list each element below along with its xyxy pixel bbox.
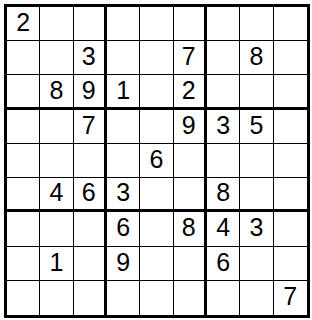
- cell-r9c5[interactable]: [140, 281, 173, 315]
- cell-r5c8[interactable]: [240, 144, 273, 178]
- cell-r9c4[interactable]: [107, 281, 140, 315]
- cell-r2c6: 7: [174, 41, 207, 75]
- cell-r3c8[interactable]: [240, 75, 273, 109]
- cell-r4c7: 3: [207, 110, 240, 144]
- cell-r7c5[interactable]: [140, 212, 173, 246]
- cell-r3c6: 2: [174, 75, 207, 109]
- cell-r9c8[interactable]: [240, 281, 273, 315]
- cell-r4c1[interactable]: [7, 110, 40, 144]
- cell-r9c6[interactable]: [174, 281, 207, 315]
- cell-r7c9[interactable]: [274, 212, 307, 246]
- cell-r5c9[interactable]: [274, 144, 307, 178]
- cell-r8c9[interactable]: [274, 247, 307, 281]
- cell-r8c2: 1: [40, 247, 73, 281]
- cell-r1c2[interactable]: [40, 7, 73, 41]
- cell-r2c5[interactable]: [140, 41, 173, 75]
- sudoku-page: 2378891279356463868431967: [0, 0, 312, 320]
- cell-r6c7: 8: [207, 178, 240, 212]
- cell-r7c4: 6: [107, 212, 140, 246]
- cell-r3c9[interactable]: [274, 75, 307, 109]
- cell-r5c7[interactable]: [207, 144, 240, 178]
- cell-r9c3[interactable]: [74, 281, 107, 315]
- cell-r4c4[interactable]: [107, 110, 140, 144]
- cell-r2c3: 3: [74, 41, 107, 75]
- cell-r7c3[interactable]: [74, 212, 107, 246]
- cell-r4c3: 7: [74, 110, 107, 144]
- cell-r8c8[interactable]: [240, 247, 273, 281]
- cell-r2c4[interactable]: [107, 41, 140, 75]
- cell-r4c6: 9: [174, 110, 207, 144]
- cell-r6c8[interactable]: [240, 178, 273, 212]
- cell-r5c6[interactable]: [174, 144, 207, 178]
- cell-r5c5: 6: [140, 144, 173, 178]
- cell-r4c5[interactable]: [140, 110, 173, 144]
- cell-r4c9[interactable]: [274, 110, 307, 144]
- cell-r7c7: 4: [207, 212, 240, 246]
- cell-r3c4: 1: [107, 75, 140, 109]
- cell-r5c4[interactable]: [107, 144, 140, 178]
- cell-r8c5[interactable]: [140, 247, 173, 281]
- sudoku-board: 2378891279356463868431967: [4, 4, 310, 318]
- cell-r1c9[interactable]: [274, 7, 307, 41]
- cell-r8c4: 9: [107, 247, 140, 281]
- cell-r1c6[interactable]: [174, 7, 207, 41]
- cell-r9c7[interactable]: [207, 281, 240, 315]
- cell-r7c1[interactable]: [7, 212, 40, 246]
- cell-r9c2[interactable]: [40, 281, 73, 315]
- cell-r8c3[interactable]: [74, 247, 107, 281]
- cell-r1c3[interactable]: [74, 7, 107, 41]
- cell-r2c1[interactable]: [7, 41, 40, 75]
- cell-r8c7: 6: [207, 247, 240, 281]
- cell-r3c3: 9: [74, 75, 107, 109]
- cell-r6c1[interactable]: [7, 178, 40, 212]
- cell-r4c8: 5: [240, 110, 273, 144]
- cell-r3c1[interactable]: [7, 75, 40, 109]
- cell-r6c4: 3: [107, 178, 140, 212]
- cell-r2c8: 8: [240, 41, 273, 75]
- cell-r4c2[interactable]: [40, 110, 73, 144]
- cell-r8c1[interactable]: [7, 247, 40, 281]
- cell-r6c3: 6: [74, 178, 107, 212]
- cell-r3c5[interactable]: [140, 75, 173, 109]
- cell-r2c2[interactable]: [40, 41, 73, 75]
- cell-r6c5[interactable]: [140, 178, 173, 212]
- cell-r7c6: 8: [174, 212, 207, 246]
- cell-r3c7[interactable]: [207, 75, 240, 109]
- cell-r1c4[interactable]: [107, 7, 140, 41]
- cell-r5c1[interactable]: [7, 144, 40, 178]
- cell-r7c8: 3: [240, 212, 273, 246]
- cell-r3c2: 8: [40, 75, 73, 109]
- cell-r1c1: 2: [7, 7, 40, 41]
- cell-r5c2[interactable]: [40, 144, 73, 178]
- cell-r2c7[interactable]: [207, 41, 240, 75]
- cell-r6c2: 4: [40, 178, 73, 212]
- cell-r8c6[interactable]: [174, 247, 207, 281]
- cell-r1c7[interactable]: [207, 7, 240, 41]
- cell-r9c1[interactable]: [7, 281, 40, 315]
- cell-r9c9: 7: [274, 281, 307, 315]
- cell-r6c6[interactable]: [174, 178, 207, 212]
- cell-r5c3[interactable]: [74, 144, 107, 178]
- cell-r7c2[interactable]: [40, 212, 73, 246]
- cell-r2c9[interactable]: [274, 41, 307, 75]
- cell-r6c9[interactable]: [274, 178, 307, 212]
- cell-r1c8[interactable]: [240, 7, 273, 41]
- cell-r1c5[interactable]: [140, 7, 173, 41]
